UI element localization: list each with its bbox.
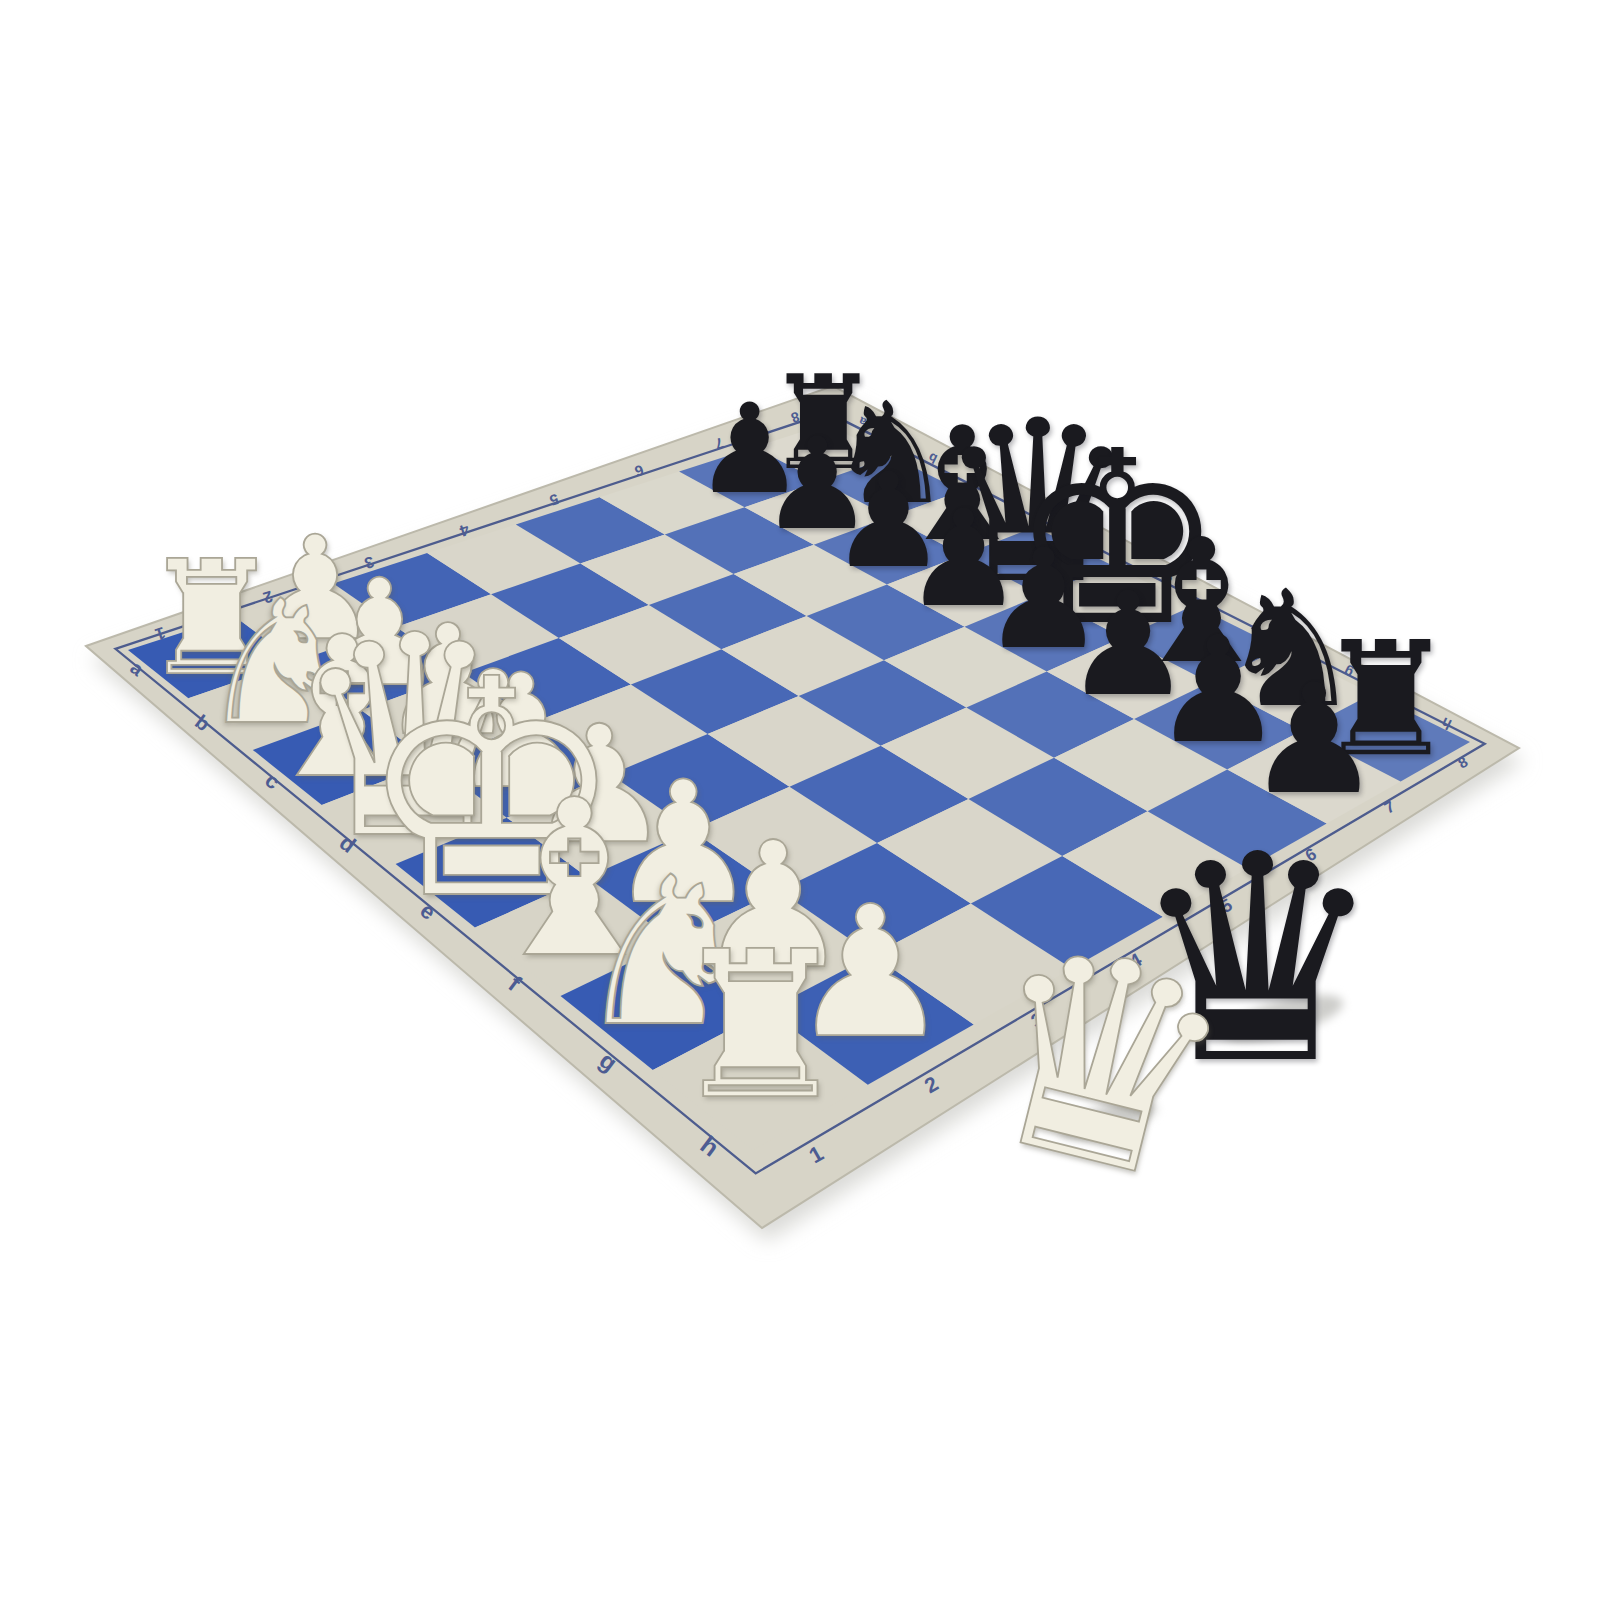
extra-black-queen-shadow [1219,986,1348,1051]
chess-board: aabbccddeeffgghh1122334455667788 [0,0,1601,1601]
extra-white-queen-shadow [1056,1094,1160,1147]
chess-set-photo: aabbccddeeffgghh1122334455667788 ♜♞♝♛♚♝♞… [0,0,1601,1601]
